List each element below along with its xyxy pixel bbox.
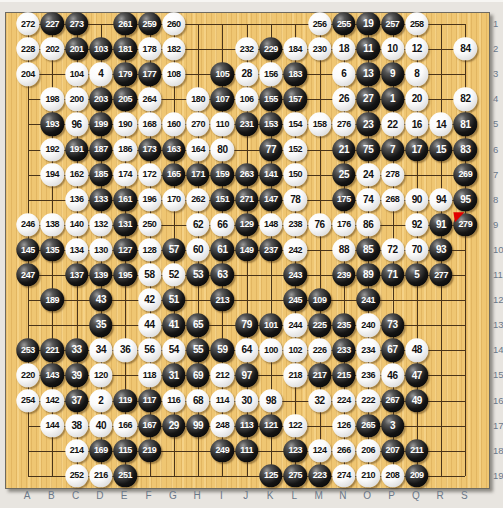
stone-N4[interactable]: 26: [332, 88, 355, 111]
stone-L8[interactable]: 78: [284, 188, 307, 211]
column-label-N: N: [339, 490, 346, 501]
stone-F12[interactable]: 42: [138, 288, 161, 311]
stone-G13[interactable]: 41: [162, 313, 185, 336]
stone-O6[interactable]: 75: [356, 138, 379, 161]
stone-B10[interactable]: 135: [41, 238, 64, 261]
stone-L5[interactable]: 154: [284, 113, 307, 136]
stone-I18[interactable]: 249: [211, 439, 234, 462]
stone-G1[interactable]: 260: [162, 12, 185, 35]
stone-G14[interactable]: 54: [162, 339, 185, 362]
stone-J13[interactable]: 79: [235, 313, 258, 336]
stone-N1[interactable]: 255: [332, 12, 355, 35]
stone-O8[interactable]: 74: [356, 188, 379, 211]
stone-D11[interactable]: 139: [89, 263, 112, 286]
stone-K4[interactable]: 155: [259, 88, 282, 111]
stone-O13[interactable]: 240: [356, 313, 379, 336]
stone-G15[interactable]: 31: [162, 364, 185, 387]
stone-P1[interactable]: 257: [381, 12, 404, 35]
stone-K8[interactable]: 147: [259, 188, 282, 211]
stone-Q16[interactable]: 49: [405, 389, 428, 412]
stone-C17[interactable]: 38: [65, 414, 88, 437]
column-label-D: D: [96, 490, 103, 501]
stone-K3[interactable]: 156: [259, 62, 282, 85]
stone-F17[interactable]: 167: [138, 414, 161, 437]
stone-G2[interactable]: 182: [162, 37, 185, 60]
stone-D12[interactable]: 43: [89, 288, 112, 311]
column-label-R: R: [436, 490, 443, 501]
stone-B7[interactable]: 194: [41, 163, 64, 186]
stone-C18[interactable]: 214: [65, 439, 88, 462]
stone-H11[interactable]: 53: [186, 263, 209, 286]
stone-G16[interactable]: 116: [162, 389, 185, 412]
stone-S5[interactable]: 81: [454, 113, 477, 136]
stone-F15[interactable]: 118: [138, 364, 161, 387]
stone-Q15[interactable]: 47: [405, 364, 428, 387]
stone-C14[interactable]: 33: [65, 339, 88, 362]
column-label-S: S: [461, 490, 468, 501]
stone-B2[interactable]: 202: [41, 37, 64, 60]
stone-S8[interactable]: 95: [454, 188, 477, 211]
stone-K19[interactable]: 125: [259, 464, 282, 487]
stone-L3[interactable]: 183: [284, 62, 307, 85]
stone-G11[interactable]: 52: [162, 263, 185, 286]
stone-J8[interactable]: 271: [235, 188, 258, 211]
stone-S7[interactable]: 269: [454, 163, 477, 186]
column-label-J: J: [243, 490, 248, 501]
stone-P3[interactable]: 9: [381, 62, 404, 85]
stone-D10[interactable]: 130: [89, 238, 112, 261]
stone-E19[interactable]: 251: [113, 464, 136, 487]
stone-M13[interactable]: 225: [308, 313, 331, 336]
stone-G17[interactable]: 29: [162, 414, 185, 437]
stone-M2[interactable]: 230: [308, 37, 331, 60]
stone-L15[interactable]: 218: [284, 364, 307, 387]
stone-K7[interactable]: 141: [259, 163, 282, 186]
stone-D2[interactable]: 103: [89, 37, 112, 60]
stone-P10[interactable]: 72: [381, 238, 404, 261]
stone-G7[interactable]: 165: [162, 163, 185, 186]
stone-L6[interactable]: 152: [284, 138, 307, 161]
stone-J10[interactable]: 149: [235, 238, 258, 261]
column-label-A: A: [24, 490, 31, 501]
stone-O18[interactable]: 206: [356, 439, 379, 462]
row-label-1: 1: [493, 18, 498, 29]
stone-G3[interactable]: 108: [162, 62, 185, 85]
stone-M1[interactable]: 256: [308, 12, 331, 35]
stone-F14[interactable]: 56: [138, 339, 161, 362]
stone-L19[interactable]: 275: [284, 464, 307, 487]
stone-I3[interactable]: 105: [211, 62, 234, 85]
stone-P2[interactable]: 10: [381, 37, 404, 60]
stone-C7[interactable]: 162: [65, 163, 88, 186]
stone-L17[interactable]: 122: [284, 414, 307, 437]
stone-J9[interactable]: 129: [235, 213, 258, 236]
stone-S6[interactable]: 83: [454, 138, 477, 161]
stone-L4[interactable]: 157: [284, 88, 307, 111]
stone-C2[interactable]: 201: [65, 37, 88, 60]
stone-J4[interactable]: 106: [235, 88, 258, 111]
stone-A2[interactable]: 228: [16, 37, 39, 60]
stone-J14[interactable]: 64: [235, 339, 258, 362]
stone-E14[interactable]: 36: [113, 339, 136, 362]
stone-O11[interactable]: 89: [356, 263, 379, 286]
stone-H14[interactable]: 55: [186, 339, 209, 362]
stone-H9[interactable]: 62: [186, 213, 209, 236]
column-label-I: I: [220, 490, 223, 501]
stone-C11[interactable]: 137: [65, 263, 88, 286]
stone-J2[interactable]: 232: [235, 37, 258, 60]
stone-I7[interactable]: 159: [211, 163, 234, 186]
stone-B6[interactable]: 192: [41, 138, 64, 161]
stone-M18[interactable]: 124: [308, 439, 331, 462]
row-label-2: 2: [493, 43, 498, 54]
stone-H5[interactable]: 270: [186, 113, 209, 136]
stone-D7[interactable]: 185: [89, 163, 112, 186]
stone-Q2[interactable]: 12: [405, 37, 428, 60]
stone-L11[interactable]: 243: [284, 263, 307, 286]
row-label-12: 12: [493, 294, 503, 305]
row-label-4: 4: [493, 93, 498, 104]
stone-D4[interactable]: 203: [89, 88, 112, 111]
stone-O12[interactable]: 241: [356, 288, 379, 311]
stone-G12[interactable]: 51: [162, 288, 185, 311]
stone-K6[interactable]: 77: [259, 138, 282, 161]
stone-N10[interactable]: 88: [332, 238, 355, 261]
stone-F13[interactable]: 44: [138, 313, 161, 336]
stone-E11[interactable]: 195: [113, 263, 136, 286]
stone-J7[interactable]: 263: [235, 163, 258, 186]
stone-P11[interactable]: 71: [381, 263, 404, 286]
stone-O9[interactable]: 86: [356, 213, 379, 236]
stone-O5[interactable]: 23: [356, 113, 379, 136]
stone-D17[interactable]: 40: [89, 414, 112, 437]
stone-I14[interactable]: 59: [211, 339, 234, 362]
stone-Q18[interactable]: 211: [405, 439, 428, 462]
stone-I17[interactable]: 248: [211, 414, 234, 437]
stone-Q3[interactable]: 8: [405, 62, 428, 85]
stone-R10[interactable]: 93: [429, 238, 452, 261]
stone-S4[interactable]: 82: [454, 88, 477, 111]
stone-E4[interactable]: 205: [113, 88, 136, 111]
stone-H13[interactable]: 65: [186, 313, 209, 336]
stone-L12[interactable]: 245: [284, 288, 307, 311]
stone-N7[interactable]: 25: [332, 163, 355, 186]
stone-P6[interactable]: 7: [381, 138, 404, 161]
row-label-15: 15: [493, 369, 503, 380]
stone-K17[interactable]: 121: [259, 414, 282, 437]
stone-J15[interactable]: 97: [235, 364, 258, 387]
stone-O2[interactable]: 11: [356, 37, 379, 60]
stone-I16[interactable]: 114: [211, 389, 234, 412]
stone-P15[interactable]: 46: [381, 364, 404, 387]
stone-O15[interactable]: 236: [356, 364, 379, 387]
stone-A14[interactable]: 253: [16, 339, 39, 362]
stone-K10[interactable]: 237: [259, 238, 282, 261]
stone-L9[interactable]: 238: [284, 213, 307, 236]
stone-Q14[interactable]: 48: [405, 339, 428, 362]
stone-A15[interactable]: 220: [16, 364, 39, 387]
stone-B1[interactable]: 227: [41, 12, 64, 35]
stone-E10[interactable]: 127: [113, 238, 136, 261]
stone-B14[interactable]: 221: [41, 339, 64, 362]
stone-A3[interactable]: 204: [16, 62, 39, 85]
stone-N9[interactable]: 176: [332, 213, 355, 236]
stone-G8[interactable]: 170: [162, 188, 185, 211]
stone-C4[interactable]: 200: [65, 88, 88, 111]
stone-L14[interactable]: 102: [284, 339, 307, 362]
stone-C1[interactable]: 273: [65, 12, 88, 35]
stone-N17[interactable]: 126: [332, 414, 355, 437]
stone-F2[interactable]: 178: [138, 37, 161, 60]
stone-N14[interactable]: 233: [332, 339, 355, 362]
stone-E8[interactable]: 161: [113, 188, 136, 211]
stone-A11[interactable]: 247: [16, 263, 39, 286]
stone-N2[interactable]: 18: [332, 37, 355, 60]
stone-E1[interactable]: 261: [113, 12, 136, 35]
stone-N6[interactable]: 21: [332, 138, 355, 161]
stone-H16[interactable]: 68: [186, 389, 209, 412]
stone-O10[interactable]: 85: [356, 238, 379, 261]
stone-D6[interactable]: 187: [89, 138, 112, 161]
stone-M14[interactable]: 226: [308, 339, 331, 362]
stone-H6[interactable]: 164: [186, 138, 209, 161]
stone-Q5[interactable]: 16: [405, 113, 428, 136]
stone-C5[interactable]: 96: [65, 113, 88, 136]
stone-B12[interactable]: 189: [41, 288, 64, 311]
column-label-C: C: [72, 490, 79, 501]
stone-P8[interactable]: 268: [381, 188, 404, 211]
stone-L10[interactable]: 242: [284, 238, 307, 261]
stone-O7[interactable]: 24: [356, 163, 379, 186]
row-label-8: 8: [493, 193, 498, 204]
stone-E2[interactable]: 181: [113, 37, 136, 60]
stone-J16[interactable]: 30: [235, 389, 258, 412]
stone-E16[interactable]: 119: [113, 389, 136, 412]
row-label-9: 9: [493, 218, 498, 229]
stone-Q11[interactable]: 5: [405, 263, 428, 286]
stone-N8[interactable]: 175: [332, 188, 355, 211]
stone-I11[interactable]: 63: [211, 263, 234, 286]
column-label-H: H: [193, 490, 200, 501]
stone-Q1[interactable]: 258: [405, 12, 428, 35]
stone-L2[interactable]: 184: [284, 37, 307, 60]
stone-D15[interactable]: 120: [89, 364, 112, 387]
stone-K13[interactable]: 101: [259, 313, 282, 336]
row-label-14: 14: [493, 344, 503, 355]
stone-K5[interactable]: 153: [259, 113, 282, 136]
stone-E6[interactable]: 186: [113, 138, 136, 161]
row-label-3: 3: [493, 68, 498, 79]
stone-C19[interactable]: 252: [65, 464, 88, 487]
stone-Q9[interactable]: 92: [405, 213, 428, 236]
column-label-M: M: [314, 490, 322, 501]
stone-P5[interactable]: 22: [381, 113, 404, 136]
stone-A9[interactable]: 246: [16, 213, 39, 236]
row-label-16: 16: [493, 394, 503, 405]
stone-F4[interactable]: 264: [138, 88, 161, 111]
stone-O4[interactable]: 27: [356, 88, 379, 111]
stone-K2[interactable]: 229: [259, 37, 282, 60]
stone-N13[interactable]: 235: [332, 313, 355, 336]
stone-O19[interactable]: 210: [356, 464, 379, 487]
stone-E18[interactable]: 115: [113, 439, 136, 462]
stone-K14[interactable]: 100: [259, 339, 282, 362]
stone-M16[interactable]: 32: [308, 389, 331, 412]
stone-O14[interactable]: 234: [356, 339, 379, 362]
stone-D18[interactable]: 169: [89, 439, 112, 462]
stone-B5[interactable]: 193: [41, 113, 64, 136]
stone-M19[interactable]: 223: [308, 464, 331, 487]
stone-P13[interactable]: 73: [381, 313, 404, 336]
stone-D5[interactable]: 199: [89, 113, 112, 136]
stone-F6[interactable]: 173: [138, 138, 161, 161]
row-label-6: 6: [493, 143, 498, 154]
stone-S2[interactable]: 84: [454, 37, 477, 60]
stone-E17[interactable]: 166: [113, 414, 136, 437]
stone-H10[interactable]: 60: [186, 238, 209, 261]
stone-Q8[interactable]: 90: [405, 188, 428, 211]
stone-G5[interactable]: 160: [162, 113, 185, 136]
stone-N15[interactable]: 215: [332, 364, 355, 387]
stone-F11[interactable]: 58: [138, 263, 161, 286]
column-label-E: E: [121, 490, 128, 501]
stone-H15[interactable]: 69: [186, 364, 209, 387]
stone-O3[interactable]: 13: [356, 62, 379, 85]
stone-I8[interactable]: 151: [211, 188, 234, 211]
stone-Q6[interactable]: 17: [405, 138, 428, 161]
stone-F8[interactable]: 196: [138, 188, 161, 211]
stone-F7[interactable]: 172: [138, 163, 161, 186]
stone-E7[interactable]: 174: [113, 163, 136, 186]
stone-H8[interactable]: 262: [186, 188, 209, 211]
stone-M9[interactable]: 76: [308, 213, 331, 236]
stone-B4[interactable]: 198: [41, 88, 64, 111]
stone-I9[interactable]: 66: [211, 213, 234, 236]
stone-D8[interactable]: 133: [89, 188, 112, 211]
stone-J5[interactable]: 231: [235, 113, 258, 136]
stone-C3[interactable]: 104: [65, 62, 88, 85]
row-label-18: 18: [493, 444, 503, 455]
stone-P17[interactable]: 3: [381, 414, 404, 437]
stone-I5[interactable]: 110: [211, 113, 234, 136]
stone-P18[interactable]: 207: [381, 439, 404, 462]
stone-D3[interactable]: 4: [89, 62, 112, 85]
stone-M15[interactable]: 217: [308, 364, 331, 387]
stone-O16[interactable]: 222: [356, 389, 379, 412]
stone-E9[interactable]: 131: [113, 213, 136, 236]
stone-F1[interactable]: 259: [138, 12, 161, 35]
stone-F9[interactable]: 250: [138, 213, 161, 236]
stone-C8[interactable]: 136: [65, 188, 88, 211]
stone-B16[interactable]: 142: [41, 389, 64, 412]
stone-I12[interactable]: 213: [211, 288, 234, 311]
stone-P4[interactable]: 1: [381, 88, 404, 111]
stone-I15[interactable]: 212: [211, 364, 234, 387]
stone-L7[interactable]: 150: [284, 163, 307, 186]
stone-C6[interactable]: 191: [65, 138, 88, 161]
stone-M5[interactable]: 158: [308, 113, 331, 136]
stone-F16[interactable]: 117: [138, 389, 161, 412]
stone-E3[interactable]: 179: [113, 62, 136, 85]
stone-C10[interactable]: 134: [65, 238, 88, 261]
stone-C16[interactable]: 37: [65, 389, 88, 412]
stone-R11[interactable]: 277: [429, 263, 452, 286]
stone-K16[interactable]: 98: [259, 389, 282, 412]
stone-P14[interactable]: 67: [381, 339, 404, 362]
stone-R9[interactable]: 91: [429, 213, 452, 236]
stone-G10[interactable]: 57: [162, 238, 185, 261]
stone-F5[interactable]: 168: [138, 113, 161, 136]
go-board[interactable]: 2722272732612592602562551925725822820220…: [5, 12, 490, 489]
stone-B15[interactable]: 143: [41, 364, 64, 387]
column-label-B: B: [48, 490, 55, 501]
stone-D14[interactable]: 34: [89, 339, 112, 362]
stone-N16[interactable]: 224: [332, 389, 355, 412]
column-label-P: P: [388, 490, 395, 501]
stone-H4[interactable]: 180: [186, 88, 209, 111]
stone-N5[interactable]: 276: [332, 113, 355, 136]
stone-E5[interactable]: 190: [113, 113, 136, 136]
stone-R5[interactable]: 14: [429, 113, 452, 136]
stone-J3[interactable]: 28: [235, 62, 258, 85]
stone-J17[interactable]: 113: [235, 414, 258, 437]
stone-F3[interactable]: 177: [138, 62, 161, 85]
stone-A10[interactable]: 145: [16, 238, 39, 261]
stone-B9[interactable]: 138: [41, 213, 64, 236]
row-label-5: 5: [493, 118, 498, 129]
stone-Q10[interactable]: 70: [405, 238, 428, 261]
stone-D9[interactable]: 132: [89, 213, 112, 236]
stone-P16[interactable]: 267: [381, 389, 404, 412]
stone-O17[interactable]: 265: [356, 414, 379, 437]
stone-A1[interactable]: 272: [16, 12, 39, 35]
stone-I6[interactable]: 80: [211, 138, 234, 161]
stone-C15[interactable]: 39: [65, 364, 88, 387]
stone-N18[interactable]: 266: [332, 439, 355, 462]
stone-L18[interactable]: 123: [284, 439, 307, 462]
stone-N3[interactable]: 6: [332, 62, 355, 85]
stone-I10[interactable]: 61: [211, 238, 234, 261]
stone-Q4[interactable]: 20: [405, 88, 428, 111]
stone-R6[interactable]: 15: [429, 138, 452, 161]
stone-F10[interactable]: 128: [138, 238, 161, 261]
stone-O1[interactable]: 19: [356, 12, 379, 35]
stone-I4[interactable]: 107: [211, 88, 234, 111]
stone-B17[interactable]: 144: [41, 414, 64, 437]
stone-D19[interactable]: 216: [89, 464, 112, 487]
stone-H7[interactable]: 171: [186, 163, 209, 186]
stone-R8[interactable]: 94: [429, 188, 452, 211]
stone-C9[interactable]: 140: [65, 213, 88, 236]
stone-H17[interactable]: 99: [186, 414, 209, 437]
stone-N11[interactable]: 239: [332, 263, 355, 286]
stone-K9[interactable]: 148: [259, 213, 282, 236]
stone-L13[interactable]: 244: [284, 313, 307, 336]
stone-D13[interactable]: 35: [89, 313, 112, 336]
stone-A16[interactable]: 254: [16, 389, 39, 412]
stone-F18[interactable]: 219: [138, 439, 161, 462]
stone-P7[interactable]: 278: [381, 163, 404, 186]
stone-N19[interactable]: 274: [332, 464, 355, 487]
stone-D16[interactable]: 2: [89, 389, 112, 412]
stone-P19[interactable]: 208: [381, 464, 404, 487]
stone-J18[interactable]: 111: [235, 439, 258, 462]
stone-Q19[interactable]: 209: [405, 464, 428, 487]
stone-G6[interactable]: 163: [162, 138, 185, 161]
row-label-17: 17: [493, 419, 503, 430]
column-label-Q: Q: [412, 490, 420, 501]
stone-M12[interactable]: 109: [308, 288, 331, 311]
